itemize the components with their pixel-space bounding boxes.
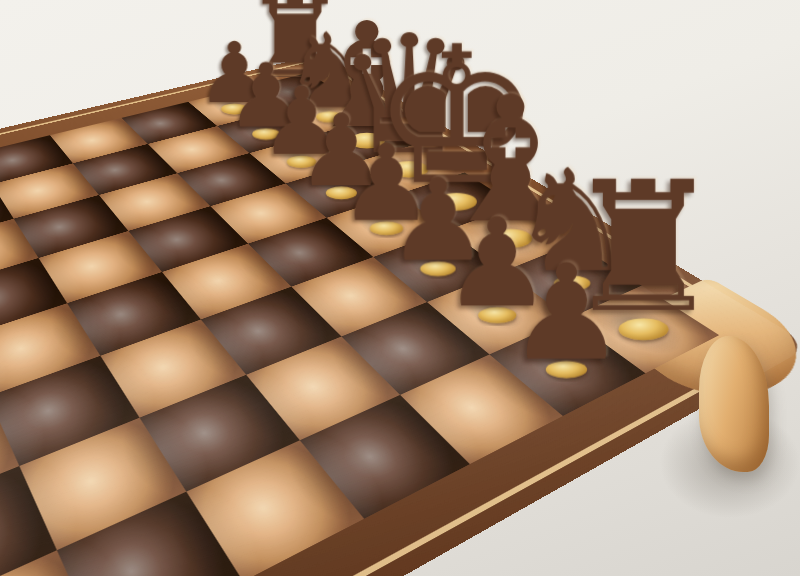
square-h2[interactable] [0,550,103,576]
pawn-glyph: ♟ [417,253,716,375]
square-f2[interactable] [0,396,19,521]
square-f3[interactable] [0,356,140,466]
square-g5[interactable] [246,336,400,440]
square-f5[interactable] [201,287,342,375]
square-e4[interactable] [67,272,201,356]
square-f4[interactable] [100,319,246,417]
square-h3[interactable] [57,492,243,576]
square-g2[interactable] [0,466,57,576]
square-h5[interactable] [300,395,470,519]
chess-scene: ♜♟♞♟♝♟♛♟♚♟♝♟♞♟♜♟ [0,0,800,576]
pawn-body: ♟ [417,253,716,378]
square-g3[interactable] [19,418,186,551]
square-g4[interactable] [140,375,300,492]
square-e3[interactable] [0,303,100,396]
square-h6[interactable] [400,354,563,464]
chess-board: ♜♟♞♟♝♟♛♟♚♟♝♟♞♟♜♟ [0,54,800,576]
photo-backdrop: ♜♟♞♟♝♟♛♟♚♟♝♟♞♟♜♟ [0,0,800,576]
square-h4[interactable] [186,440,364,576]
